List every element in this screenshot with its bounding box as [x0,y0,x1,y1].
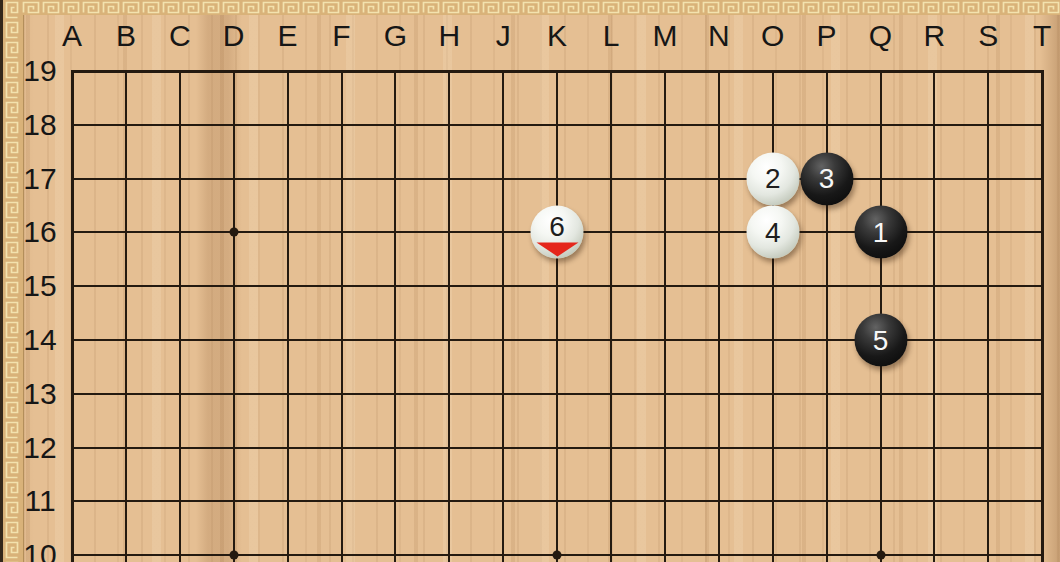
board-frame-left [0,0,24,562]
grid-line-vertical [610,70,612,562]
row-label: 10 [23,540,56,562]
column-label: M [652,21,677,51]
stone-move-number: 4 [765,218,781,246]
stone-black-q16: 1 [854,206,907,259]
grid-line-vertical [179,70,181,562]
column-label: T [1033,21,1051,51]
row-label: 19 [23,56,56,86]
grid-line-vertical [341,70,343,562]
grid-line-vertical [664,70,666,562]
row-label: 11 [24,486,55,516]
row-label: 16 [23,217,56,247]
last-move-triangle-icon [536,243,578,257]
column-label: F [332,21,350,51]
column-label: D [223,21,245,51]
stone-black-p17: 3 [800,152,853,205]
go-board: ABCDEFGHJKLMNOPQRST191817161514131211101… [0,0,1060,562]
column-label: R [924,21,946,51]
stone-white-o16: 4 [746,206,799,259]
star-point [229,551,238,560]
column-label: L [603,21,620,51]
row-label: 13 [23,379,56,409]
column-label: N [708,21,730,51]
column-label: Q [869,21,892,51]
grid-line-vertical [502,70,504,562]
meander-pattern-vertical-icon [3,0,21,562]
column-label: P [817,21,837,51]
column-label: E [278,21,298,51]
stone-move-number: 6 [549,212,565,240]
grid-line-vertical [1041,70,1044,562]
stone-black-q14: 5 [854,314,907,367]
grid-line-vertical [987,70,989,562]
grid-line-vertical [125,70,127,562]
grid-line-vertical [556,70,558,562]
column-label: A [62,21,82,51]
row-label: 15 [23,271,56,301]
column-label: G [384,21,407,51]
grid-line-horizontal [71,447,1044,449]
grid-line-horizontal [71,393,1044,395]
grid-line-vertical [394,70,396,562]
stone-move-number: 2 [765,165,781,193]
stone-move-number: 1 [873,218,889,246]
column-label: C [169,21,191,51]
grid-line-vertical [718,70,720,562]
column-label: O [761,21,784,51]
column-label: B [116,21,136,51]
grid-line-vertical [772,70,774,562]
grid-line-vertical [448,70,450,562]
grid-line-horizontal [71,124,1044,126]
column-label: J [496,21,511,51]
stone-move-number: 5 [873,326,889,354]
grid-line-vertical [826,70,828,562]
column-label: H [438,21,460,51]
column-label: S [978,21,998,51]
row-label: 17 [23,164,56,194]
grid-line-vertical [287,70,289,562]
star-point [876,551,885,560]
board-frame-top [21,0,1060,15]
row-label: 14 [23,325,56,355]
star-point [229,228,238,237]
grid-line-horizontal [71,70,1044,73]
row-label: 12 [23,433,56,463]
row-label: 18 [23,110,56,140]
meander-pattern-horizontal-icon [21,0,1060,15]
grid-line-horizontal [71,285,1044,287]
stone-white-k16: 6 [531,206,584,259]
star-point [553,551,562,560]
column-label: K [547,21,567,51]
stone-white-o17: 2 [746,152,799,205]
grid-line-vertical [71,70,74,562]
grid-line-vertical [233,70,235,562]
grid-line-horizontal [71,178,1044,180]
grid-line-vertical [933,70,935,562]
stone-move-number: 3 [819,165,835,193]
grid-line-horizontal [71,500,1044,502]
